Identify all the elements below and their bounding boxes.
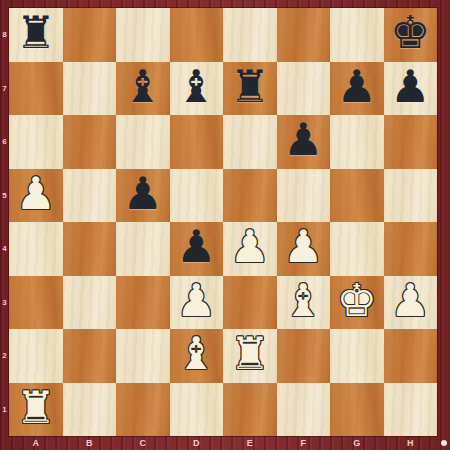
- black-rook-e7[interactable]: ♜: [230, 64, 270, 109]
- black-bishop-c7[interactable]: ♝: [123, 64, 163, 109]
- square-d2[interactable]: ♝: [170, 329, 224, 383]
- square-c6[interactable]: [116, 115, 170, 169]
- square-c4[interactable]: [116, 222, 170, 276]
- square-a7[interactable]: [9, 62, 63, 116]
- square-h6[interactable]: [384, 115, 438, 169]
- white-bishop-f3[interactable]: ♝: [283, 278, 323, 323]
- square-a4[interactable]: [9, 222, 63, 276]
- rank-label-8: 8: [0, 8, 9, 62]
- square-d3[interactable]: ♟: [170, 276, 224, 330]
- file-label-g: G: [330, 436, 384, 450]
- square-b5[interactable]: [63, 169, 117, 223]
- square-b2[interactable]: [63, 329, 117, 383]
- black-pawn-h7[interactable]: ♟: [390, 64, 430, 109]
- square-b7[interactable]: [63, 62, 117, 116]
- square-e1[interactable]: [223, 383, 277, 437]
- square-d1[interactable]: [170, 383, 224, 437]
- square-h4[interactable]: [384, 222, 438, 276]
- black-king-h8[interactable]: ♚: [390, 10, 430, 55]
- square-b3[interactable]: [63, 276, 117, 330]
- black-rook-a8[interactable]: ♜: [16, 10, 56, 55]
- square-g5[interactable]: [330, 169, 384, 223]
- rank-label-2: 2: [0, 329, 9, 383]
- file-label-f: F: [277, 436, 331, 450]
- file-label-a: A: [9, 436, 63, 450]
- square-f1[interactable]: [277, 383, 331, 437]
- square-d8[interactable]: [170, 8, 224, 62]
- square-a2[interactable]: [9, 329, 63, 383]
- square-d7[interactable]: ♝: [170, 62, 224, 116]
- square-d4[interactable]: ♟: [170, 222, 224, 276]
- square-g6[interactable]: [330, 115, 384, 169]
- square-c8[interactable]: [116, 8, 170, 62]
- square-c3[interactable]: [116, 276, 170, 330]
- square-a3[interactable]: [9, 276, 63, 330]
- rank-label-4: 4: [0, 222, 9, 276]
- square-g1[interactable]: [330, 383, 384, 437]
- square-g2[interactable]: [330, 329, 384, 383]
- square-c5[interactable]: ♟: [116, 169, 170, 223]
- square-g7[interactable]: ♟: [330, 62, 384, 116]
- square-c2[interactable]: [116, 329, 170, 383]
- square-e8[interactable]: [223, 8, 277, 62]
- black-pawn-g7[interactable]: ♟: [337, 64, 377, 109]
- square-b6[interactable]: [63, 115, 117, 169]
- file-label-h: H: [384, 436, 438, 450]
- square-f5[interactable]: [277, 169, 331, 223]
- square-b4[interactable]: [63, 222, 117, 276]
- black-pawn-d4[interactable]: ♟: [176, 224, 216, 269]
- square-g8[interactable]: [330, 8, 384, 62]
- square-c1[interactable]: [116, 383, 170, 437]
- square-e3[interactable]: [223, 276, 277, 330]
- square-e5[interactable]: [223, 169, 277, 223]
- corner-dot-icon: [441, 440, 447, 446]
- square-e2[interactable]: ♜: [223, 329, 277, 383]
- rank-label-7: 7: [0, 62, 9, 116]
- rank-label-3: 3: [0, 276, 9, 330]
- square-h5[interactable]: [384, 169, 438, 223]
- white-bishop-d2[interactable]: ♝: [176, 331, 216, 376]
- square-d6[interactable]: [170, 115, 224, 169]
- square-g3[interactable]: ♚: [330, 276, 384, 330]
- square-a6[interactable]: [9, 115, 63, 169]
- square-f6[interactable]: ♟: [277, 115, 331, 169]
- square-a8[interactable]: ♜: [9, 8, 63, 62]
- rank-label-1: 1: [0, 383, 9, 437]
- square-d5[interactable]: [170, 169, 224, 223]
- square-h8[interactable]: ♚: [384, 8, 438, 62]
- white-rook-e2[interactable]: ♜: [230, 331, 270, 376]
- square-f4[interactable]: ♟: [277, 222, 331, 276]
- black-bishop-d7[interactable]: ♝: [176, 64, 216, 109]
- square-h7[interactable]: ♟: [384, 62, 438, 116]
- file-label-b: B: [63, 436, 117, 450]
- white-pawn-e4[interactable]: ♟: [230, 224, 270, 269]
- white-king-g3[interactable]: ♚: [337, 278, 377, 323]
- white-pawn-h3[interactable]: ♟: [390, 278, 430, 323]
- square-f7[interactable]: [277, 62, 331, 116]
- white-pawn-f4[interactable]: ♟: [283, 224, 323, 269]
- black-pawn-c5[interactable]: ♟: [123, 171, 163, 216]
- white-rook-a1[interactable]: ♜: [16, 385, 56, 430]
- square-f8[interactable]: [277, 8, 331, 62]
- chess-board-frame: ♜♚♝♝♜♟♟♟♟♟♟♟♟♟♝♚♟♝♜♜ 87654321 ABCDEFGH: [0, 0, 450, 450]
- square-b1[interactable]: [63, 383, 117, 437]
- square-a1[interactable]: ♜: [9, 383, 63, 437]
- square-h2[interactable]: [384, 329, 438, 383]
- rank-label-5: 5: [0, 169, 9, 223]
- square-e7[interactable]: ♜: [223, 62, 277, 116]
- white-pawn-d3[interactable]: ♟: [176, 278, 216, 323]
- square-e6[interactable]: [223, 115, 277, 169]
- rank-label-6: 6: [0, 115, 9, 169]
- file-label-e: E: [223, 436, 277, 450]
- square-g4[interactable]: [330, 222, 384, 276]
- black-pawn-f6[interactable]: ♟: [283, 117, 323, 162]
- square-a5[interactable]: ♟: [9, 169, 63, 223]
- square-f3[interactable]: ♝: [277, 276, 331, 330]
- white-pawn-a5[interactable]: ♟: [16, 171, 56, 216]
- square-f2[interactable]: [277, 329, 331, 383]
- file-label-d: D: [170, 436, 224, 450]
- square-e4[interactable]: ♟: [223, 222, 277, 276]
- square-h1[interactable]: [384, 383, 438, 437]
- file-label-c: C: [116, 436, 170, 450]
- square-b8[interactable]: [63, 8, 117, 62]
- board: ♜♚♝♝♜♟♟♟♟♟♟♟♟♟♝♚♟♝♜♜: [9, 8, 437, 436]
- square-c7[interactable]: ♝: [116, 62, 170, 116]
- square-h3[interactable]: ♟: [384, 276, 438, 330]
- file-labels: ABCDEFGH: [9, 436, 437, 450]
